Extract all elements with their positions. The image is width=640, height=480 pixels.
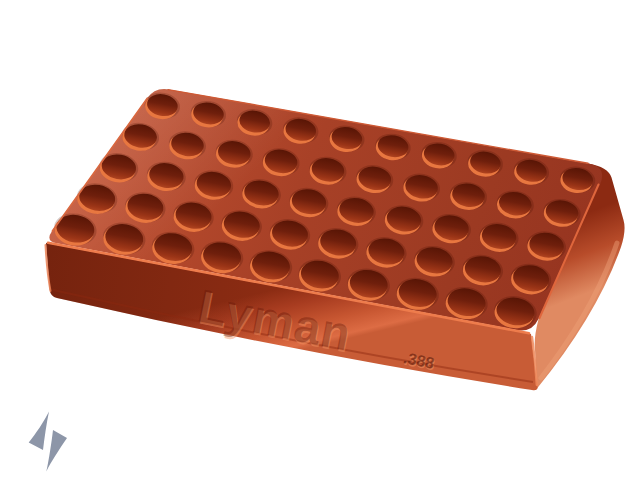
product-photo: Lyman Lyman .388 .388 [0, 0, 640, 480]
loading-block-illustration: Lyman Lyman .388 .388 [0, 0, 640, 480]
stylized-n-logo [29, 412, 67, 472]
